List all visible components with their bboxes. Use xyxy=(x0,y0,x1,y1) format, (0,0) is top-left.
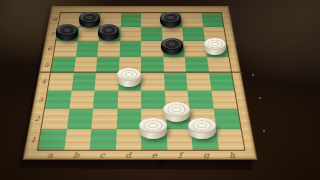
piece-white-f2[interactable] xyxy=(163,102,190,123)
file-label-a: a xyxy=(47,151,54,160)
square-d3[interactable] xyxy=(117,90,141,109)
piece-white-d4[interactable] xyxy=(117,68,141,87)
file-label-h: h xyxy=(229,151,236,160)
file-label-b: b xyxy=(73,151,80,160)
square-h5[interactable] xyxy=(207,56,232,72)
piece-white-g1[interactable] xyxy=(188,118,216,140)
piece-black-f8[interactable] xyxy=(160,12,181,28)
square-g6[interactable] xyxy=(183,41,206,56)
square-g3[interactable] xyxy=(188,90,214,109)
square-d7[interactable] xyxy=(120,26,141,41)
square-a6[interactable] xyxy=(54,41,78,56)
square-e6[interactable] xyxy=(141,41,163,56)
square-g8[interactable] xyxy=(181,13,203,27)
square-d6[interactable] xyxy=(119,41,141,56)
square-h3[interactable] xyxy=(211,90,237,109)
scene: 12345678abcdefgh xyxy=(0,0,320,180)
square-d2[interactable] xyxy=(116,109,141,129)
dust-speck xyxy=(263,130,265,132)
square-f5[interactable] xyxy=(163,56,186,72)
file-label-c: c xyxy=(99,151,105,160)
square-a4[interactable] xyxy=(48,73,73,90)
square-e3[interactable] xyxy=(141,90,165,109)
square-d1[interactable] xyxy=(115,129,141,150)
square-a1[interactable] xyxy=(38,129,66,150)
piece-white-e1[interactable] xyxy=(139,118,167,140)
file-label-d: d xyxy=(125,151,131,160)
square-f4[interactable] xyxy=(164,73,188,90)
square-c6[interactable] xyxy=(97,41,119,56)
rank-label-2: 2 xyxy=(32,115,43,123)
file-label-g: g xyxy=(203,151,210,160)
rank-label-8: 8 xyxy=(50,17,59,22)
square-c4[interactable] xyxy=(95,73,119,90)
piece-black-a7[interactable] xyxy=(56,24,78,41)
dust-speck xyxy=(252,74,254,76)
square-h8[interactable] xyxy=(201,13,223,27)
square-b5[interactable] xyxy=(73,56,97,72)
square-g4[interactable] xyxy=(186,73,211,90)
square-b1[interactable] xyxy=(64,129,92,150)
square-a3[interactable] xyxy=(45,90,71,109)
square-b7[interactable] xyxy=(77,26,99,41)
square-h2[interactable] xyxy=(213,109,240,129)
file-label-e: e xyxy=(151,151,157,160)
square-h4[interactable] xyxy=(209,73,234,90)
square-c3[interactable] xyxy=(93,90,118,109)
square-c1[interactable] xyxy=(90,129,117,150)
square-d8[interactable] xyxy=(120,13,141,27)
dust-speck xyxy=(259,97,261,99)
square-g7[interactable] xyxy=(182,26,204,41)
piece-white-h6[interactable] xyxy=(204,38,226,55)
square-b3[interactable] xyxy=(69,90,95,109)
square-e8[interactable] xyxy=(141,13,162,27)
square-e4[interactable] xyxy=(141,73,164,90)
square-a2[interactable] xyxy=(42,109,69,129)
rank-label-3: 3 xyxy=(35,96,46,103)
piece-black-c7[interactable] xyxy=(98,24,120,41)
square-g5[interactable] xyxy=(185,56,209,72)
rank-label-1: 1 xyxy=(28,135,40,144)
piece-black-b8[interactable] xyxy=(79,12,100,28)
rank-label-4: 4 xyxy=(39,78,49,85)
square-e7[interactable] xyxy=(141,26,162,41)
file-label-f: f xyxy=(178,151,182,160)
square-a5[interactable] xyxy=(51,56,76,72)
square-c2[interactable] xyxy=(91,109,117,129)
square-h1[interactable] xyxy=(216,129,244,150)
square-b6[interactable] xyxy=(75,41,98,56)
square-e5[interactable] xyxy=(141,56,164,72)
square-b4[interactable] xyxy=(71,73,96,90)
square-b2[interactable] xyxy=(66,109,93,129)
rank-label-6: 6 xyxy=(45,46,55,52)
rank-label-5: 5 xyxy=(42,61,52,68)
piece-black-f6[interactable] xyxy=(161,38,183,55)
